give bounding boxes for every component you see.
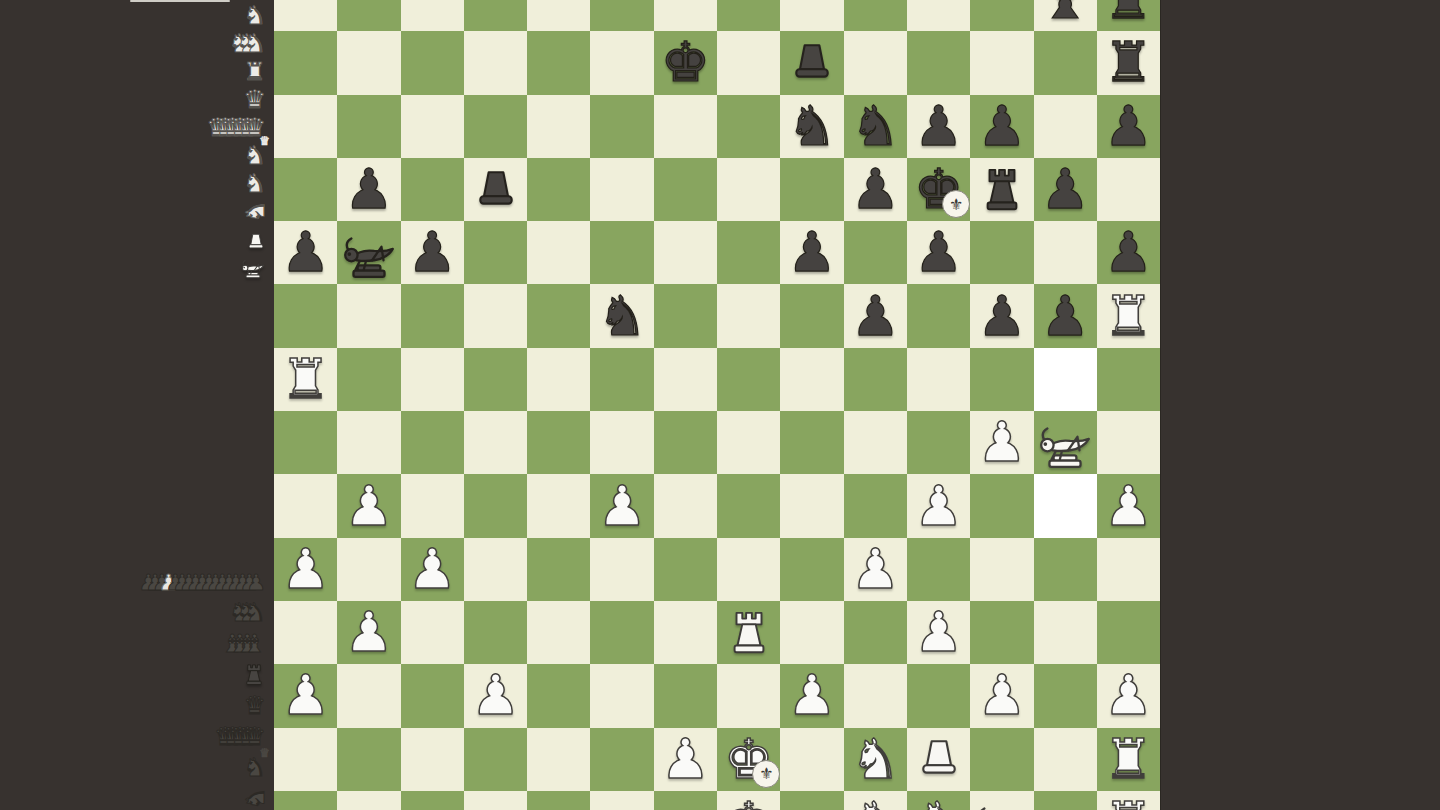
square[interactable] — [274, 284, 337, 347]
captured-stack-white-queen: ♛♛♛♛♛♛ — [206, 116, 266, 140]
square[interactable]: ♚ — [717, 791, 780, 810]
square[interactable] — [527, 728, 590, 791]
square[interactable] — [780, 538, 843, 601]
square[interactable] — [337, 95, 400, 158]
square[interactable]: ♜ — [1097, 728, 1160, 791]
square[interactable] — [337, 348, 400, 411]
square[interactable] — [274, 158, 337, 221]
cutoff-tray-row-sliver — [130, 0, 230, 2]
square[interactable] — [907, 538, 970, 601]
square[interactable]: ♝ — [1034, 0, 1097, 31]
square[interactable] — [527, 31, 590, 94]
square[interactable]: ♟ — [844, 538, 907, 601]
square[interactable]: ♞ — [590, 284, 653, 347]
square[interactable] — [464, 95, 527, 158]
square[interactable] — [654, 158, 717, 221]
square[interactable] — [464, 474, 527, 537]
square[interactable] — [337, 791, 400, 810]
square[interactable] — [1097, 158, 1160, 221]
square[interactable] — [1097, 538, 1160, 601]
square[interactable] — [970, 728, 1033, 791]
white-rook: ♜ — [1104, 732, 1153, 787]
square[interactable] — [274, 31, 337, 94]
white-pawn: ♟ — [1104, 479, 1153, 534]
captured-stack-white-grasshopper — [240, 256, 266, 280]
square[interactable]: ♟ — [337, 601, 400, 664]
square[interactable] — [401, 791, 464, 810]
square[interactable] — [654, 474, 717, 537]
square[interactable]: ♟ — [844, 284, 907, 347]
square[interactable] — [464, 221, 527, 284]
square[interactable]: ♜ — [1097, 284, 1160, 347]
board: ♝♜♚ ♜♞♞♟♟♟♟ ♟♚⚜ ♟♟ ♟♟♟♟♞♟♟♟♜♜♟ — [274, 0, 1161, 810]
white-pawn: ♟ — [977, 415, 1026, 470]
square[interactable] — [464, 411, 527, 474]
square[interactable]: ♞ — [907, 791, 970, 810]
square[interactable] — [780, 31, 843, 94]
white-rook: ♜ — [1104, 795, 1153, 810]
square[interactable] — [464, 601, 527, 664]
square[interactable] — [590, 601, 653, 664]
square[interactable] — [274, 728, 337, 791]
square[interactable]: ♟ — [401, 538, 464, 601]
white-pawn: ♟ — [914, 479, 963, 534]
square[interactable] — [464, 538, 527, 601]
white-amazon: ♞♛ — [244, 143, 266, 168]
square[interactable] — [401, 95, 464, 158]
white-pawn: ♟ — [787, 668, 836, 723]
square[interactable] — [654, 791, 717, 810]
square[interactable]: ♟ — [970, 411, 1033, 474]
captured-stack-white-queen: ♛ — [244, 88, 266, 112]
square[interactable] — [717, 31, 780, 94]
black-knight: ♞ — [851, 99, 900, 154]
captured-stack-white-maned-knight: ♞ — [244, 172, 266, 196]
captured-stack-black-bishop: ♝♝♝♝ — [221, 632, 266, 656]
square[interactable] — [401, 664, 464, 727]
square[interactable] — [401, 158, 464, 221]
square[interactable] — [1034, 95, 1097, 158]
square[interactable] — [780, 0, 843, 31]
square[interactable]: ♟ — [780, 664, 843, 727]
white-rook: ♜ — [281, 352, 330, 407]
square[interactable] — [590, 0, 653, 31]
square[interactable] — [337, 538, 400, 601]
black-queen: ♛ — [244, 693, 266, 718]
black-crowned-rook-piece — [242, 663, 266, 687]
square[interactable] — [907, 284, 970, 347]
black-pawn: ♟ — [1041, 289, 1090, 344]
square[interactable] — [1034, 791, 1097, 810]
square[interactable]: ♟ — [907, 601, 970, 664]
square[interactable] — [274, 95, 337, 158]
square[interactable] — [590, 158, 653, 221]
square[interactable] — [1097, 348, 1160, 411]
white-knight: ♞ — [851, 795, 900, 810]
captured-stack-white-knight: ♞♞♞ — [229, 32, 266, 56]
black-pawn: ♟ — [914, 99, 963, 154]
square[interactable] — [717, 348, 780, 411]
white-crowned-rook-piece — [725, 609, 773, 657]
black-crowned-rook-piece — [978, 166, 1026, 214]
square[interactable]: ♟ — [274, 221, 337, 284]
square[interactable] — [590, 31, 653, 94]
square[interactable] — [654, 601, 717, 664]
white-queen: ♛ — [244, 87, 266, 112]
square[interactable] — [717, 158, 780, 221]
black-hat-piece — [789, 40, 835, 86]
black-pawn: ♟ — [914, 225, 963, 280]
square[interactable]: ♞ — [844, 728, 907, 791]
square[interactable]: ♚⚜ — [717, 728, 780, 791]
square[interactable]: ♟ — [970, 95, 1033, 158]
square[interactable] — [780, 284, 843, 347]
square[interactable] — [1034, 728, 1097, 791]
square[interactable] — [527, 791, 590, 810]
square[interactable] — [780, 474, 843, 537]
square[interactable] — [337, 664, 400, 727]
square[interactable] — [1034, 348, 1097, 411]
captured-white-tray: ♞♞♞♞♜♛♛♛♛♛♛♛♞♛♞♞ — [0, 4, 266, 280]
square[interactable] — [401, 31, 464, 94]
square[interactable]: ♜ — [1097, 31, 1160, 94]
square[interactable] — [844, 411, 907, 474]
captured-stack-white-knight: ♞ — [244, 4, 266, 28]
black-king: ♚ — [661, 35, 710, 90]
black-pawn: ♟ — [344, 162, 393, 217]
captured-stack-white-lying-knight: ♞ — [244, 200, 266, 224]
square[interactable]: ♟ — [1034, 158, 1097, 221]
square[interactable] — [780, 158, 843, 221]
square[interactable]: ♟ — [464, 664, 527, 727]
square[interactable] — [590, 664, 653, 727]
square[interactable] — [464, 728, 527, 791]
square[interactable]: ♟ — [780, 221, 843, 284]
square[interactable] — [717, 0, 780, 31]
square[interactable] — [527, 411, 590, 474]
black-pawn: ♟ — [408, 225, 457, 280]
captured-black-tray: ♟♟♟♟♟♟♟♟♟♟♟♟♟♟♟♟♟♞♞♞♝♝♝♝ ♛♛♛♛♛♛♞♛♞ — [0, 570, 266, 810]
black-amazon: ♞♛ — [244, 755, 266, 780]
square[interactable] — [780, 791, 843, 810]
square[interactable] — [527, 284, 590, 347]
black-pawn: ♟ — [246, 572, 266, 594]
white-knight: ♞ — [914, 795, 963, 810]
square[interactable] — [1034, 601, 1097, 664]
square[interactable] — [907, 664, 970, 727]
square[interactable] — [717, 221, 780, 284]
square[interactable] — [401, 411, 464, 474]
white-grasshopper-piece — [973, 794, 1031, 810]
square[interactable]: ♟ — [1097, 221, 1160, 284]
black-rook: ♜ — [1104, 0, 1153, 27]
square[interactable] — [590, 221, 653, 284]
square[interactable]: ♟ — [337, 474, 400, 537]
square[interactable] — [527, 601, 590, 664]
captured-stack-black-queen: ♛♛♛♛♛ — [214, 725, 266, 749]
square[interactable]: ♟ — [401, 221, 464, 284]
square[interactable] — [337, 31, 400, 94]
black-grasshopper-piece — [340, 224, 398, 282]
square[interactable] — [907, 348, 970, 411]
square[interactable]: ♟ — [1097, 474, 1160, 537]
square[interactable] — [717, 664, 780, 727]
fleur-de-lis-badge: ⚜ — [942, 190, 970, 218]
captured-stack-white-rook: ♜ — [244, 60, 266, 84]
square[interactable]: ♟ — [907, 95, 970, 158]
square[interactable]: ♟ — [274, 664, 337, 727]
square[interactable] — [527, 348, 590, 411]
square[interactable] — [527, 0, 590, 31]
square[interactable] — [590, 95, 653, 158]
square[interactable]: ♜ — [1097, 0, 1160, 31]
square[interactable]: ♟ — [907, 221, 970, 284]
captured-stack-white-amazon: ♞♛ — [244, 144, 266, 168]
square[interactable] — [464, 31, 527, 94]
square[interactable] — [1097, 601, 1160, 664]
square[interactable]: ♟ — [1034, 284, 1097, 347]
square[interactable] — [527, 664, 590, 727]
black-bishop: ♝ — [244, 631, 266, 656]
square[interactable] — [464, 284, 527, 347]
square[interactable] — [970, 601, 1033, 664]
square[interactable] — [844, 664, 907, 727]
square[interactable] — [654, 284, 717, 347]
square[interactable]: ♟ — [274, 538, 337, 601]
black-knight: ♞ — [244, 600, 266, 625]
square[interactable] — [907, 0, 970, 31]
captured-stack-black-amazon: ♞♛ — [244, 756, 266, 780]
square[interactable]: ♟ — [1097, 95, 1160, 158]
square[interactable] — [527, 158, 590, 221]
white-pawn: ♟ — [661, 732, 710, 787]
square[interactable]: ♟ — [844, 158, 907, 221]
square[interactable]: ♜ — [1097, 791, 1160, 810]
square[interactable] — [844, 348, 907, 411]
square[interactable] — [970, 0, 1033, 31]
square[interactable] — [780, 728, 843, 791]
square[interactable] — [590, 538, 653, 601]
square[interactable]: ♟ — [590, 474, 653, 537]
captured-stack-black-knight: ♞♞♞ — [229, 601, 266, 625]
square[interactable] — [274, 0, 337, 31]
square[interactable] — [401, 348, 464, 411]
white-pawn: ♟ — [597, 479, 646, 534]
square[interactable] — [907, 31, 970, 94]
white-pawn: ♟ — [281, 542, 330, 597]
square[interactable]: ♟ — [970, 664, 1033, 727]
black-pawn: ♟ — [1041, 162, 1090, 217]
square[interactable] — [274, 601, 337, 664]
square[interactable] — [970, 791, 1033, 810]
square[interactable] — [337, 728, 400, 791]
square[interactable] — [464, 0, 527, 31]
square[interactable] — [464, 348, 527, 411]
square[interactable] — [654, 348, 717, 411]
square[interactable]: ♞ — [844, 95, 907, 158]
white-pawn: ♟ — [851, 542, 900, 597]
square[interactable] — [654, 664, 717, 727]
square[interactable] — [337, 221, 400, 284]
square[interactable] — [1034, 411, 1097, 474]
square[interactable] — [970, 31, 1033, 94]
square[interactable] — [527, 538, 590, 601]
black-pawn: ♟ — [281, 225, 330, 280]
black-pawn: ♟ — [787, 225, 836, 280]
square[interactable] — [1097, 411, 1160, 474]
white-hat-piece — [246, 232, 266, 252]
white-pawn: ♟ — [914, 605, 963, 660]
square[interactable] — [1034, 221, 1097, 284]
captured-stack-black-crowned-rook — [242, 663, 266, 687]
square[interactable] — [337, 284, 400, 347]
white-knight: ♞ — [244, 31, 266, 56]
black-knight: ♞ — [597, 289, 646, 344]
square[interactable] — [464, 791, 527, 810]
square[interactable] — [1034, 31, 1097, 94]
square[interactable] — [717, 95, 780, 158]
square[interactable] — [844, 0, 907, 31]
white-grasshopper-piece — [240, 254, 266, 280]
square[interactable] — [717, 411, 780, 474]
square[interactable] — [527, 95, 590, 158]
square[interactable] — [717, 538, 780, 601]
black-rook: ♜ — [1104, 35, 1153, 90]
white-king: ♚ — [724, 795, 773, 810]
square[interactable]: ♟ — [907, 474, 970, 537]
square[interactable]: ♟ — [337, 158, 400, 221]
captured-stack-black-pawn: ♟♟♟♟♟♟♟♟♟♟♟♟♟♟♟♟♟ — [139, 570, 266, 594]
square[interactable] — [401, 601, 464, 664]
black-pawn: ♟ — [851, 162, 900, 217]
square[interactable]: ♚ — [654, 31, 717, 94]
square[interactable] — [590, 348, 653, 411]
white-pawn: ♟ — [344, 605, 393, 660]
black-pawn: ♟ — [977, 99, 1026, 154]
captured-stack-black-lying-knight: ♞ — [244, 787, 266, 810]
square[interactable] — [401, 0, 464, 31]
square[interactable]: ♟ — [1097, 664, 1160, 727]
square[interactable] — [590, 791, 653, 810]
black-hat-piece — [473, 167, 519, 213]
black-bishop: ♝ — [1041, 0, 1090, 27]
black-pawn: ♟ — [1104, 225, 1153, 280]
white-knight: ♞ — [244, 3, 266, 28]
white-grasshopper-piece — [1036, 414, 1094, 472]
square[interactable]: ♟ — [970, 284, 1033, 347]
white-knight: ♞ — [851, 732, 900, 787]
square[interactable] — [464, 158, 527, 221]
square[interactable] — [907, 411, 970, 474]
square[interactable] — [1034, 664, 1097, 727]
square[interactable] — [337, 411, 400, 474]
white-pawn: ♟ — [471, 668, 520, 723]
black-pawn: ♟ — [851, 289, 900, 344]
square[interactable] — [274, 411, 337, 474]
square[interactable] — [970, 474, 1033, 537]
square[interactable] — [844, 221, 907, 284]
square[interactable] — [844, 31, 907, 94]
square[interactable]: ♚⚜ — [907, 158, 970, 221]
square[interactable] — [780, 348, 843, 411]
square[interactable] — [527, 474, 590, 537]
square[interactable] — [654, 0, 717, 31]
captured-stack-white-hat — [246, 228, 266, 252]
square[interactable] — [844, 474, 907, 537]
square[interactable]: ♞ — [844, 791, 907, 810]
square[interactable] — [717, 284, 780, 347]
captured-stack-black-queen: ♛ — [244, 694, 266, 718]
square[interactable] — [780, 601, 843, 664]
white-maned-knight: ♞ — [244, 171, 266, 196]
white-pawn: ♟ — [281, 668, 330, 723]
square[interactable] — [717, 474, 780, 537]
white-rook: ♜ — [1104, 289, 1153, 344]
square[interactable] — [717, 601, 780, 664]
square[interactable] — [654, 95, 717, 158]
square[interactable] — [401, 284, 464, 347]
black-pawn: ♟ — [1104, 99, 1153, 154]
white-pawn: ♟ — [1104, 668, 1153, 723]
white-pawn: ♟ — [344, 479, 393, 534]
square[interactable] — [970, 221, 1033, 284]
black-knight: ♞ — [787, 99, 836, 154]
square[interactable] — [654, 221, 717, 284]
square[interactable] — [401, 728, 464, 791]
square[interactable]: ♜ — [274, 348, 337, 411]
square[interactable] — [274, 474, 337, 537]
square[interactable] — [527, 221, 590, 284]
white-rook: ♜ — [244, 59, 266, 84]
square[interactable] — [907, 728, 970, 791]
square[interactable] — [1034, 538, 1097, 601]
square[interactable] — [337, 0, 400, 31]
square[interactable] — [970, 348, 1033, 411]
square[interactable] — [780, 411, 843, 474]
white-pawn: ♟ — [977, 668, 1026, 723]
square[interactable] — [844, 601, 907, 664]
square[interactable] — [654, 411, 717, 474]
square[interactable] — [401, 474, 464, 537]
square[interactable] — [590, 411, 653, 474]
white-lying-knight: ♞ — [242, 200, 267, 222]
white-hat-piece — [916, 736, 962, 782]
square[interactable] — [274, 791, 337, 810]
square[interactable] — [590, 728, 653, 791]
white-pawn: ♟ — [408, 542, 457, 597]
fleur-de-lis-badge: ⚜ — [752, 760, 780, 788]
black-lying-knight: ♞ — [242, 787, 267, 809]
square[interactable] — [970, 538, 1033, 601]
square[interactable] — [1034, 474, 1097, 537]
square[interactable]: ♞ — [780, 95, 843, 158]
square[interactable]: ♟ — [654, 728, 717, 791]
square[interactable] — [654, 538, 717, 601]
square[interactable] — [970, 158, 1033, 221]
black-pawn: ♟ — [977, 289, 1026, 344]
